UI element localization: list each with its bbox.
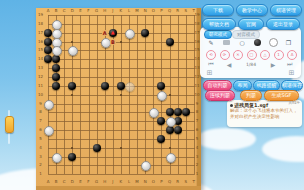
coordinate-number: 8: [36, 110, 45, 114]
marker-tool-1[interactable]: ⟲: [206, 50, 216, 60]
black-stone-shape: [254, 39, 261, 46]
star-point: [169, 94, 171, 96]
stone-black: [117, 82, 125, 90]
coordinate-number: 7: [36, 119, 45, 123]
clear-icon[interactable]: ❐: [283, 38, 295, 47]
nav-last-button[interactable]: ⏭: [285, 60, 295, 68]
stone-white: [68, 46, 78, 56]
board-layout-icon-right[interactable]: ⊞: [288, 70, 295, 77]
stone-black: [157, 117, 165, 125]
grid-line: [186, 15, 187, 174]
coordinate-letter: M: [135, 180, 140, 184]
coordinate-number: 8: [193, 110, 202, 114]
nav-prev-button[interactable]: ◀: [224, 60, 234, 68]
coordinate-letter: T: [191, 180, 196, 184]
stone-black: [157, 135, 165, 143]
coordinate-number: 4: [36, 146, 45, 150]
pencil-icon[interactable]: ✎: [205, 38, 217, 47]
ghost-stone-white: [125, 82, 135, 92]
coordinate-number: 18: [193, 22, 202, 26]
commentary-bubble: 共84手 进残局复1.sgf 解说：这个小飞挂将本节的打入， 并对白棋产生决定性…: [227, 100, 302, 127]
grid-line: [137, 15, 138, 174]
coordinate-letter: O: [151, 9, 156, 13]
eraser-icon[interactable]: [221, 38, 233, 47]
coordinate-letter: E: [78, 9, 83, 13]
grid-line: [48, 139, 195, 140]
coordinate-letter: F: [86, 9, 91, 13]
coordinate-number: 9: [193, 102, 202, 106]
coordinate-number: 11: [36, 84, 45, 88]
marker-tool-5[interactable]: △: [260, 50, 270, 60]
stone-black: [52, 73, 60, 81]
coordinate-letter: M: [135, 9, 140, 13]
stone-black: [68, 153, 76, 161]
star-point: [169, 147, 171, 149]
coordinate-letter: K: [118, 180, 123, 184]
coordinate-letter: O: [151, 180, 156, 184]
stone-white: [52, 153, 62, 163]
coordinate-letter: C: [62, 180, 67, 184]
action-button-自动判题[interactable]: 自动判题: [203, 80, 232, 91]
coordinate-number: 7: [193, 119, 202, 123]
coordinate-letter: Q: [167, 9, 172, 13]
white-stone-shape: [269, 38, 278, 47]
stone-white: [166, 153, 176, 163]
action-button-棋谱保存[interactable]: 棋谱保存: [281, 80, 303, 91]
coordinate-letter: L: [127, 180, 132, 184]
marker-tool-2[interactable]: ⟳: [220, 50, 230, 60]
coordinate-letter: E: [78, 180, 83, 184]
marker-tool-3[interactable]: ✕: [233, 50, 243, 60]
coordinate-letter: N: [143, 9, 148, 13]
action-button-连续判题[interactable]: 连续判题: [205, 90, 235, 101]
move-count-badge: 共84手: [289, 101, 300, 105]
action-button-判题[interactable]: 判题: [240, 90, 262, 101]
coordinate-number: 5: [193, 137, 202, 141]
stone-black: [182, 108, 190, 116]
coordinate-letter: A: [46, 9, 51, 13]
coordinate-letter: N: [143, 180, 148, 184]
coordinate-number: 11: [193, 84, 202, 88]
coordinate-letter: P: [159, 9, 164, 13]
stone-black: [44, 55, 52, 63]
stone-white: [125, 29, 135, 39]
coordinate-number: 1: [193, 172, 202, 176]
coordinate-number: 12: [36, 75, 45, 79]
coordinate-letter: R: [175, 180, 180, 184]
coordinate-letter: D: [70, 9, 75, 13]
coordinate-letter: P: [159, 180, 164, 184]
grid-line: [48, 104, 195, 105]
star-point: [120, 94, 122, 96]
stone-black: [101, 82, 109, 90]
top-button-棋谱管理[interactable]: 棋谱管理: [270, 4, 302, 16]
coordinate-letter: C: [62, 9, 67, 13]
point-label-A: A: [102, 30, 108, 36]
stone-white: [157, 91, 167, 101]
star-point: [120, 41, 122, 43]
coordinate-letter: F: [86, 180, 91, 184]
coordinate-letter: J: [110, 9, 115, 13]
left-scroll-knob[interactable]: [5, 116, 14, 133]
stone-black: [68, 82, 76, 90]
bullet-icon: [230, 104, 233, 107]
marker-tool-6[interactable]: 1: [274, 50, 284, 60]
coordinate-letter: S: [183, 180, 188, 184]
coordinate-letter: T: [191, 9, 196, 13]
coordinate-number: 4: [193, 146, 202, 150]
marker-tool-7[interactable]: A: [287, 50, 297, 60]
marker-tool-4[interactable]: □: [247, 50, 257, 60]
action-button-线路提醒[interactable]: 线路提醒: [253, 80, 280, 91]
stone-black: [166, 126, 174, 134]
coordinate-number: 5: [36, 137, 45, 141]
board-bottom-edge: [36, 186, 201, 190]
coordinate-number: 1: [36, 172, 45, 176]
grid-line: [48, 165, 195, 166]
cloud: [196, 128, 256, 150]
stone-white: [44, 100, 54, 110]
stone-white: [166, 117, 176, 127]
coordinate-letter: K: [118, 9, 123, 13]
stone-black: [52, 82, 60, 90]
eraser-shape: [223, 40, 230, 45]
stone-black: [141, 29, 149, 37]
top-button-教学中心[interactable]: 教学中心: [236, 4, 268, 16]
coordinate-letter: Q: [167, 180, 172, 184]
coordinate-number: 19: [193, 13, 202, 17]
grid-line: [129, 15, 130, 174]
top-button-下载[interactable]: 下载: [202, 4, 234, 16]
coordinate-letter: A: [46, 180, 51, 184]
top-button-帮助文档[interactable]: 帮助文档: [202, 18, 236, 30]
white-stone-icon[interactable]: [267, 38, 279, 47]
stone-black: [44, 38, 52, 46]
coordinate-letter: L: [127, 9, 132, 13]
coordinate-number: 3: [36, 155, 45, 159]
coordinate-letter: G: [94, 9, 99, 13]
stone-black: [44, 29, 52, 37]
stone-black: [44, 46, 52, 54]
app-window: AA1919BB1818CC1717DD1616EE1515FF1414GG13…: [0, 0, 304, 190]
nav-first-button[interactable]: ⏮: [206, 60, 216, 68]
stone-black: [93, 144, 101, 152]
coordinate-letter: H: [102, 180, 107, 184]
black-stone-icon[interactable]: [252, 38, 264, 47]
action-button-布局[interactable]: 布局: [233, 80, 252, 91]
grid-line: [145, 15, 146, 174]
stone-white: [141, 161, 151, 171]
star-point: [120, 147, 122, 149]
coordinate-letter: D: [70, 180, 75, 184]
coordinate-letter: S: [183, 9, 188, 13]
commentary-line1: 解说：这个小飞挂将本节的打入，: [230, 108, 299, 114]
cloud: [262, 136, 304, 162]
circle-icon[interactable]: ○: [236, 38, 248, 47]
top-button-退出登录[interactable]: 退出登录: [266, 18, 300, 30]
coordinate-number: 3: [193, 155, 202, 159]
stone-white: [52, 46, 62, 56]
coordinate-number: 6: [193, 128, 202, 132]
stone-black: [166, 38, 174, 46]
action-button-生成SGF[interactable]: 生成SGF: [264, 90, 299, 101]
coordinate-number: 18: [36, 22, 45, 26]
coordinate-letter: G: [94, 180, 99, 184]
grid-line: [48, 174, 195, 175]
coordinate-number: 2: [193, 163, 202, 167]
coordinate-number: 2: [36, 163, 45, 167]
coordinate-letter: B: [54, 180, 59, 184]
tool-panel: 研究模式对弈模式✎○❐⟲⟳✕□△1A⏮◀1/84▶⏭⊞⊞: [200, 27, 301, 78]
coordinate-letter: B: [54, 9, 59, 13]
coordinate-number: 10: [193, 93, 202, 97]
top-button-官网[interactable]: 官网: [238, 18, 264, 30]
stone-black: [174, 108, 182, 116]
nav-next-button[interactable]: ▶: [268, 60, 278, 68]
grid-line: [153, 15, 154, 174]
point-label-B: B: [110, 39, 116, 45]
board-layout-icon-left[interactable]: ⊞: [206, 70, 213, 77]
last-move-triangle-icon: ▲: [110, 30, 115, 35]
coordinate-letter: J: [110, 180, 115, 184]
stone-black: [174, 126, 182, 134]
coordinate-letter: R: [175, 9, 180, 13]
stone-black: [166, 108, 174, 116]
coordinate-letter: H: [102, 9, 107, 13]
stone-black: [52, 55, 60, 63]
commentary-line2: 并对白棋产生决定性影响: [230, 114, 299, 120]
go-board[interactable]: AA1919BB1818CC1717DD1616EE1515FF1414GG13…: [36, 8, 201, 190]
move-counter: 1/84: [240, 62, 262, 67]
grid-line: [178, 15, 179, 174]
coordinate-number: 10: [36, 93, 45, 97]
stone-white: [44, 126, 54, 136]
stone-black: [157, 82, 165, 90]
coordinate-number: 19: [36, 13, 45, 17]
stone-black: [52, 64, 60, 72]
coordinate-number: 13: [36, 66, 45, 70]
